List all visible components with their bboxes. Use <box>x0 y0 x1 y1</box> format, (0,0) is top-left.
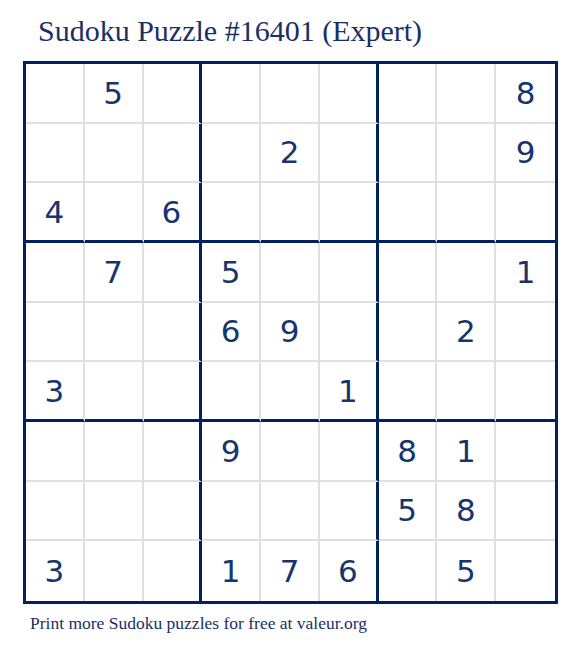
cell-r8c3[interactable] <box>144 482 203 542</box>
cell-r2c6[interactable] <box>320 124 379 184</box>
cell-r3c2[interactable] <box>85 183 144 243</box>
cell-r7c9[interactable] <box>496 422 555 482</box>
given-cell-r7c4[interactable]: 9 <box>202 422 261 482</box>
cell-r6c3[interactable] <box>144 362 203 422</box>
given-cell-r7c8[interactable]: 1 <box>437 422 496 482</box>
cell-r5c3[interactable] <box>144 303 203 363</box>
cell-r6c7[interactable] <box>379 362 438 422</box>
cell-r6c5[interactable] <box>261 362 320 422</box>
cell-r7c2[interactable] <box>85 422 144 482</box>
cell-r4c5[interactable] <box>261 243 320 303</box>
given-cell-r9c4[interactable]: 1 <box>202 541 261 601</box>
given-cell-r2c9[interactable]: 9 <box>496 124 555 184</box>
given-cell-r5c4[interactable]: 6 <box>202 303 261 363</box>
cell-r4c7[interactable] <box>379 243 438 303</box>
cell-r2c1[interactable] <box>26 124 85 184</box>
cell-r7c6[interactable] <box>320 422 379 482</box>
cell-r2c4[interactable] <box>202 124 261 184</box>
given-cell-r1c2[interactable]: 5 <box>85 64 144 124</box>
cell-r1c4[interactable] <box>202 64 261 124</box>
given-cell-r5c8[interactable]: 2 <box>437 303 496 363</box>
cell-r1c5[interactable] <box>261 64 320 124</box>
cell-r5c7[interactable] <box>379 303 438 363</box>
given-cell-r4c2[interactable]: 7 <box>85 243 144 303</box>
cell-r2c3[interactable] <box>144 124 203 184</box>
page-title: Sudoku Puzzle #16401 (Expert) <box>38 14 422 48</box>
cell-r8c6[interactable] <box>320 482 379 542</box>
given-cell-r7c7[interactable]: 8 <box>379 422 438 482</box>
given-cell-r4c4[interactable]: 5 <box>202 243 261 303</box>
cell-r4c8[interactable] <box>437 243 496 303</box>
given-cell-r1c9[interactable]: 8 <box>496 64 555 124</box>
cell-r6c8[interactable] <box>437 362 496 422</box>
given-cell-r8c7[interactable]: 5 <box>379 482 438 542</box>
sudoku-board: 582946751692319815831765 <box>23 61 558 604</box>
footer-text: Print more Sudoku puzzles for free at va… <box>30 613 367 634</box>
cell-r5c6[interactable] <box>320 303 379 363</box>
cell-r9c7[interactable] <box>379 541 438 601</box>
cell-r1c8[interactable] <box>437 64 496 124</box>
sudoku-page: Sudoku Puzzle #16401 (Expert) 5829467516… <box>0 0 580 651</box>
cell-r7c3[interactable] <box>144 422 203 482</box>
cell-r4c3[interactable] <box>144 243 203 303</box>
cell-r3c9[interactable] <box>496 183 555 243</box>
cell-r8c2[interactable] <box>85 482 144 542</box>
given-cell-r8c8[interactable]: 8 <box>437 482 496 542</box>
cell-r4c1[interactable] <box>26 243 85 303</box>
cell-r4c6[interactable] <box>320 243 379 303</box>
cell-r3c6[interactable] <box>320 183 379 243</box>
given-cell-r3c1[interactable]: 4 <box>26 183 85 243</box>
cell-r1c1[interactable] <box>26 64 85 124</box>
given-cell-r5c5[interactable]: 9 <box>261 303 320 363</box>
cell-r1c6[interactable] <box>320 64 379 124</box>
cell-r6c2[interactable] <box>85 362 144 422</box>
cell-r5c1[interactable] <box>26 303 85 363</box>
cell-r1c3[interactable] <box>144 64 203 124</box>
cell-r5c2[interactable] <box>85 303 144 363</box>
cell-r1c7[interactable] <box>379 64 438 124</box>
cell-r8c4[interactable] <box>202 482 261 542</box>
cell-r9c9[interactable] <box>496 541 555 601</box>
cell-r2c8[interactable] <box>437 124 496 184</box>
cell-r6c9[interactable] <box>496 362 555 422</box>
given-cell-r9c1[interactable]: 3 <box>26 541 85 601</box>
given-cell-r3c3[interactable]: 6 <box>144 183 203 243</box>
given-cell-r9c5[interactable]: 7 <box>261 541 320 601</box>
given-cell-r2c5[interactable]: 2 <box>261 124 320 184</box>
cell-r8c5[interactable] <box>261 482 320 542</box>
cell-r3c8[interactable] <box>437 183 496 243</box>
cell-r9c2[interactable] <box>85 541 144 601</box>
given-cell-r9c6[interactable]: 6 <box>320 541 379 601</box>
cell-r7c1[interactable] <box>26 422 85 482</box>
cell-r5c9[interactable] <box>496 303 555 363</box>
cell-r2c7[interactable] <box>379 124 438 184</box>
cell-r8c1[interactable] <box>26 482 85 542</box>
cell-r9c3[interactable] <box>144 541 203 601</box>
cell-r7c5[interactable] <box>261 422 320 482</box>
given-cell-r6c6[interactable]: 1 <box>320 362 379 422</box>
given-cell-r6c1[interactable]: 3 <box>26 362 85 422</box>
given-cell-r9c8[interactable]: 5 <box>437 541 496 601</box>
cell-r8c9[interactable] <box>496 482 555 542</box>
cell-r3c7[interactable] <box>379 183 438 243</box>
cell-r3c4[interactable] <box>202 183 261 243</box>
cell-r2c2[interactable] <box>85 124 144 184</box>
cell-r3c5[interactable] <box>261 183 320 243</box>
given-cell-r4c9[interactable]: 1 <box>496 243 555 303</box>
cell-r6c4[interactable] <box>202 362 261 422</box>
